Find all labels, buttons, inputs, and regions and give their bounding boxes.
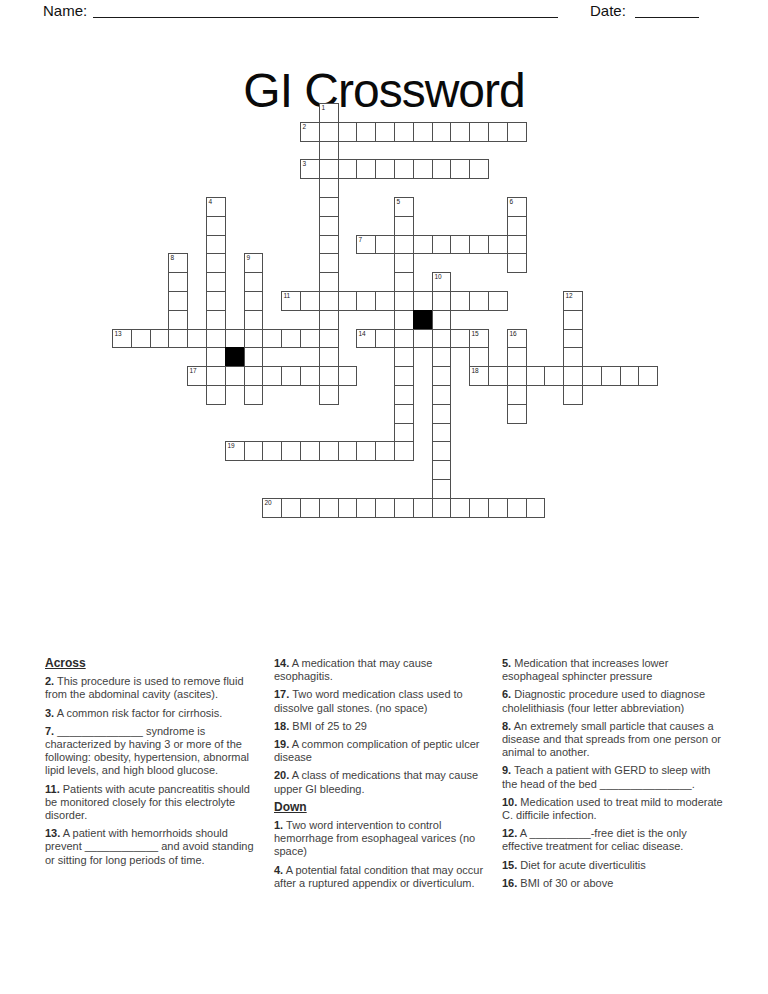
grid-cell[interactable] (394, 366, 414, 386)
cell-number: 5 (397, 198, 400, 205)
grid-cell[interactable]: 11 (281, 291, 301, 311)
grid-cell[interactable] (281, 366, 301, 386)
clue-text: Diet for acute diverticulitis (517, 859, 645, 871)
clue-text: A common complication of peptic ulcer di… (274, 738, 479, 763)
cell-number: 7 (359, 236, 362, 243)
clue-text: BMI of 25 to 29 (289, 720, 367, 732)
cell-number: 10 (435, 273, 442, 280)
clue-down-15: 15. Diet for acute diverticulitis (502, 859, 724, 872)
clue-text: A common risk factor for cirrhosis. (54, 707, 222, 719)
grid-cell[interactable] (244, 329, 263, 348)
grid-cell[interactable] (319, 366, 339, 386)
grid-cell[interactable] (187, 329, 207, 348)
grid-cell[interactable]: 13 (112, 329, 132, 348)
grid-cell[interactable]: 5 (394, 197, 414, 217)
clue-number: 14. (274, 657, 289, 669)
grid-cell[interactable]: 2 (300, 122, 320, 142)
clue-down-10: 10. Medication used to treat mild to mod… (502, 796, 724, 822)
grid-cell[interactable]: 12 (563, 291, 583, 311)
grid-cell[interactable] (319, 498, 339, 518)
grid-cell[interactable] (450, 498, 470, 518)
grid-cell[interactable] (225, 366, 245, 386)
grid-cell[interactable] (432, 310, 451, 330)
grid-cell[interactable] (394, 159, 414, 179)
grid-cell[interactable]: 17 (187, 366, 207, 386)
grid-cell[interactable] (319, 122, 339, 142)
grid-cell[interactable] (394, 122, 414, 142)
clue-text: BMI of 30 or above (517, 877, 613, 889)
grid-cell[interactable] (319, 291, 339, 311)
grid-cell[interactable] (488, 122, 508, 142)
cell-number: 15 (472, 330, 479, 337)
grid-cell[interactable] (394, 498, 414, 518)
grid-cell[interactable] (432, 385, 451, 405)
grid-cell[interactable]: 14 (356, 329, 376, 348)
grid-cell[interactable] (507, 253, 527, 273)
cell-number: 14 (359, 330, 366, 337)
grid-cell[interactable] (356, 291, 376, 311)
grid-cell[interactable] (168, 329, 188, 348)
grid-cell[interactable] (450, 235, 470, 254)
grid-cell[interactable] (488, 235, 508, 254)
grid-cell[interactable] (394, 291, 414, 311)
grid-cell[interactable] (375, 122, 395, 142)
grid-cell[interactable] (225, 329, 245, 348)
grid-cell[interactable] (168, 310, 188, 330)
clue-number: 1. (274, 819, 283, 831)
grid-cell[interactable] (469, 122, 489, 142)
grid-cell[interactable] (394, 216, 414, 236)
grid-cell[interactable] (319, 253, 339, 273)
grid-cell[interactable] (394, 253, 414, 273)
grid-cell[interactable] (131, 329, 151, 348)
grid-cell[interactable] (356, 498, 376, 518)
grid-cell[interactable] (319, 141, 339, 160)
clue-number: 16. (502, 877, 517, 889)
grid-cell[interactable] (432, 366, 451, 386)
grid-cell[interactable] (469, 291, 489, 311)
cell-number: 16 (510, 330, 517, 337)
grid-cell[interactable] (319, 347, 339, 367)
cell-number: 1 (322, 104, 325, 111)
name-blank-line (93, 16, 558, 18)
clue-text: Two word medication class used to dissol… (274, 688, 463, 713)
cell-number: 17 (190, 367, 197, 374)
grid-cell[interactable] (300, 291, 320, 311)
cell-number: 20 (265, 499, 272, 506)
grid-cell[interactable] (206, 347, 226, 367)
grid-cell[interactable] (281, 441, 301, 461)
grid-cell[interactable]: 1 (319, 103, 339, 123)
grid-cell[interactable] (620, 366, 639, 386)
grid-cell[interactable] (582, 366, 602, 386)
grid-cell[interactable] (168, 291, 188, 311)
grid-cell[interactable] (206, 216, 226, 236)
grid-cell[interactable] (413, 235, 433, 254)
clue-across-13: 13. A patient with hemorrhoids should pr… (45, 827, 263, 867)
grid-cell[interactable] (206, 329, 226, 348)
clue-text: Teach a patient with GERD to sleep with … (502, 764, 710, 789)
cell-number: 19 (228, 442, 235, 449)
grid-cell[interactable] (338, 441, 357, 461)
grid-cell[interactable] (432, 235, 451, 254)
grid-cell[interactable] (356, 122, 376, 142)
grid-cell[interactable] (394, 235, 414, 254)
clue-number: 3. (45, 707, 54, 719)
cell-number: 3 (303, 160, 306, 167)
clue-across-20: 20. A class of medications that may caus… (274, 769, 492, 795)
cell-number: 2 (303, 123, 306, 130)
grid-cell[interactable] (281, 329, 301, 348)
clue-across-3: 3. A common risk factor for cirrhosis. (45, 707, 263, 720)
grid-cell[interactable] (526, 498, 545, 518)
grid-cell[interactable] (432, 404, 451, 424)
grid-cell[interactable] (319, 235, 339, 254)
clue-column: Across2. This procedure is used to remov… (45, 657, 263, 872)
clue-text: Medication used to treat mild to moderat… (502, 796, 723, 821)
clue-text: A __________-free diet is the only effec… (502, 827, 687, 852)
clue-down-16: 16. BMI of 30 or above (502, 877, 724, 890)
clue-text: This procedure is used to remove fluid f… (45, 675, 244, 700)
grid-cell[interactable] (432, 479, 451, 499)
grid-cell[interactable] (375, 291, 395, 311)
grid-cell[interactable] (507, 216, 527, 236)
clue-number: 20. (274, 769, 289, 781)
grid-cell[interactable] (206, 272, 226, 292)
black-cell (225, 347, 245, 367)
grid-cell[interactable] (244, 272, 263, 292)
grid-cell[interactable]: 4 (206, 197, 226, 217)
grid-cell[interactable] (356, 159, 376, 179)
cell-number: 12 (566, 292, 573, 299)
clue-across-7: 7. ______________ syndrome is characteri… (45, 725, 263, 778)
grid-cell[interactable] (262, 441, 282, 461)
clue-text: ______________ syndrome is characterized… (45, 725, 249, 777)
grid-cell[interactable] (488, 366, 508, 386)
grid-cell[interactable] (450, 329, 470, 348)
grid-cell[interactable] (450, 122, 470, 142)
grid-cell[interactable] (432, 423, 451, 442)
grid-cell[interactable] (488, 498, 508, 518)
grid-cell[interactable] (413, 498, 433, 518)
grid-cell[interactable] (206, 366, 226, 386)
grid-cell[interactable]: 15 (469, 329, 489, 348)
grid-cell[interactable] (507, 498, 527, 518)
grid-cell[interactable] (206, 310, 226, 330)
grid-cell[interactable] (507, 347, 527, 367)
clue-down-6: 6. Diagnostic procedure used to diagnose… (502, 688, 724, 714)
grid-cell[interactable] (413, 159, 433, 179)
cell-number: 4 (209, 198, 212, 205)
grid-cell[interactable] (206, 235, 226, 254)
grid-cell[interactable] (300, 441, 320, 461)
grid-cell[interactable] (507, 385, 527, 405)
name-label: Name: (43, 2, 87, 19)
grid-cell[interactable] (281, 498, 301, 518)
grid-cell[interactable] (206, 385, 226, 405)
cell-number: 8 (171, 254, 174, 261)
grid-cell[interactable] (338, 291, 357, 311)
crossword-grid: 1234567891011121314151617181920 (112, 103, 659, 517)
grid-cell[interactable] (563, 366, 583, 386)
grid-cell[interactable] (300, 329, 320, 348)
grid-cell[interactable] (450, 291, 470, 311)
grid-cell[interactable] (375, 235, 395, 254)
clue-number: 13. (45, 827, 60, 839)
clue-text: A class of medications that may cause up… (274, 769, 478, 794)
clue-down-1: 1. Two word intervention to control hemo… (274, 819, 492, 859)
grid-cell[interactable] (338, 159, 357, 179)
grid-cell[interactable] (319, 441, 339, 461)
black-cell (413, 310, 433, 330)
grid-cell[interactable]: 18 (469, 366, 489, 386)
grid-cell[interactable] (375, 159, 395, 179)
grid-cell[interactable] (432, 122, 451, 142)
grid-cell[interactable] (432, 441, 451, 461)
clue-text: A patient with hemorrhoids should preven… (45, 827, 254, 865)
clue-across-14: 14. A medication that may cause esophagi… (274, 657, 492, 683)
grid-cell[interactable] (526, 366, 545, 386)
grid-cell[interactable] (319, 159, 339, 179)
grid-cell[interactable] (507, 122, 527, 142)
grid-cell[interactable] (432, 291, 451, 311)
clue-down-9: 9. Teach a patient with GERD to sleep wi… (502, 764, 724, 790)
grid-cell[interactable] (244, 347, 263, 367)
grid-cell[interactable] (563, 347, 583, 367)
grid-cell[interactable] (432, 460, 451, 480)
grid-cell[interactable] (507, 404, 527, 424)
grid-cell[interactable] (244, 291, 263, 311)
grid-cell[interactable]: 3 (300, 159, 320, 179)
grid-cell[interactable] (319, 178, 339, 198)
grid-cell[interactable] (469, 347, 489, 367)
clue-across-11: 11. Patients with acute pancreatitis sho… (45, 783, 263, 823)
grid-cell[interactable]: 10 (432, 272, 451, 292)
grid-cell[interactable] (338, 498, 357, 518)
grid-cell[interactable] (394, 404, 414, 424)
cell-number: 6 (510, 198, 513, 205)
grid-cell[interactable]: 20 (262, 498, 282, 518)
clue-text: A potential fatal condition that may occ… (274, 864, 483, 889)
clue-down-5: 5. Medication that increases lower esoph… (502, 657, 724, 683)
grid-cell[interactable] (319, 216, 339, 236)
grid-cell[interactable] (300, 498, 320, 518)
grid-cell[interactable] (262, 329, 282, 348)
grid-cell[interactable] (338, 122, 357, 142)
grid-cell[interactable] (150, 329, 169, 348)
clue-across-17: 17. Two word medication class used to di… (274, 688, 492, 714)
grid-cell[interactable] (432, 498, 451, 518)
clue-number: 6. (502, 688, 511, 700)
grid-cell[interactable] (319, 385, 339, 405)
cell-number: 13 (115, 330, 122, 337)
grid-cell[interactable] (319, 329, 339, 348)
clue-number: 12. (502, 827, 517, 839)
grid-cell[interactable] (413, 329, 433, 348)
clue-text: Patients with acute pancreatitis should … (45, 783, 250, 821)
clue-down-4: 4. A potential fatal condition that may … (274, 864, 492, 890)
clue-text: An extremely small particle that causes … (502, 720, 721, 758)
grid-cell[interactable] (413, 122, 433, 142)
grid-cell[interactable] (244, 310, 263, 330)
grid-cell[interactable]: 19 (225, 441, 245, 461)
grid-cell[interactable] (375, 441, 395, 461)
cell-number: 18 (472, 367, 479, 374)
grid-cell[interactable] (319, 272, 339, 292)
clue-down-12: 12. A __________-free diet is the only e… (502, 827, 724, 853)
grid-cell[interactable] (206, 291, 226, 311)
cell-number: 11 (284, 292, 290, 299)
grid-cell[interactable] (507, 235, 527, 254)
clue-column: 14. A medication that may cause esophagi… (274, 657, 492, 895)
grid-cell[interactable] (469, 235, 489, 254)
grid-cell[interactable] (168, 272, 188, 292)
grid-cell[interactable] (319, 197, 339, 217)
grid-cell[interactable] (601, 366, 621, 386)
clue-number: 8. (502, 720, 511, 732)
clue-number: 19. (274, 738, 289, 750)
grid-cell[interactable] (244, 441, 263, 461)
grid-cell[interactable] (319, 310, 339, 330)
clue-number: 5. (502, 657, 511, 669)
grid-cell[interactable] (469, 159, 489, 179)
clue-number: 2. (45, 675, 54, 687)
grid-cell[interactable] (394, 441, 414, 461)
grid-cell[interactable] (394, 423, 414, 442)
date-label: Date: (590, 2, 626, 19)
clue-text: A medication that may cause esophagitis. (274, 657, 432, 682)
across-header: Across (45, 657, 263, 670)
grid-cell[interactable] (507, 366, 527, 386)
clue-number: 4. (274, 864, 283, 876)
grid-cell[interactable] (413, 291, 433, 311)
grid-cell[interactable] (375, 498, 395, 518)
grid-cell[interactable] (432, 347, 451, 367)
grid-cell[interactable] (262, 366, 282, 386)
grid-cell[interactable] (394, 272, 414, 292)
grid-cell[interactable] (394, 329, 414, 348)
grid-cell[interactable] (394, 310, 414, 330)
cell-number: 9 (247, 254, 250, 261)
clue-text: Medication that increases lower esophage… (502, 657, 668, 682)
down-header: Down (274, 801, 492, 814)
grid-cell[interactable] (432, 159, 451, 179)
grid-cell[interactable]: 9 (244, 253, 263, 273)
clue-across-18: 18. BMI of 25 to 29 (274, 720, 492, 733)
grid-cell[interactable] (356, 441, 376, 461)
grid-cell[interactable]: 8 (168, 253, 188, 273)
grid-cell[interactable] (394, 347, 414, 367)
grid-cell[interactable] (544, 366, 564, 386)
grid-cell[interactable] (432, 329, 451, 348)
clue-number: 10. (502, 796, 517, 808)
grid-cell[interactable] (488, 291, 508, 311)
clue-across-19: 19. A common complication of peptic ulce… (274, 738, 492, 764)
clue-number: 11. (45, 783, 60, 795)
clue-column: 5. Medication that increases lower esoph… (502, 657, 724, 895)
grid-cell[interactable] (563, 329, 583, 348)
grid-cell[interactable] (450, 159, 470, 179)
grid-cell[interactable] (638, 366, 658, 386)
grid-cell[interactable] (338, 366, 357, 386)
clue-text: Diagnostic procedure used to diagnose ch… (502, 688, 705, 713)
clue-down-8: 8. An extremely small particle that caus… (502, 720, 724, 760)
grid-cell[interactable] (563, 385, 583, 405)
grid-cell[interactable] (469, 498, 489, 518)
grid-cell[interactable]: 7 (356, 235, 376, 254)
clue-text: Two word intervention to control hemorrh… (274, 819, 475, 857)
clue-across-2: 2. This procedure is used to remove flui… (45, 675, 263, 701)
clue-number: 18. (274, 720, 289, 732)
grid-cell[interactable] (300, 366, 320, 386)
clue-number: 9. (502, 764, 511, 776)
grid-cell[interactable] (244, 366, 263, 386)
grid-cell[interactable] (244, 385, 263, 405)
clue-number: 7. (45, 725, 54, 737)
grid-cell[interactable]: 6 (507, 197, 527, 217)
grid-cell[interactable] (394, 385, 414, 405)
date-blank-line (635, 16, 699, 18)
clue-number: 17. (274, 688, 289, 700)
grid-cell[interactable] (563, 310, 583, 330)
grid-cell[interactable] (375, 329, 395, 348)
grid-cell[interactable] (206, 253, 226, 273)
clue-number: 15. (502, 859, 517, 871)
grid-cell[interactable]: 16 (507, 329, 527, 348)
